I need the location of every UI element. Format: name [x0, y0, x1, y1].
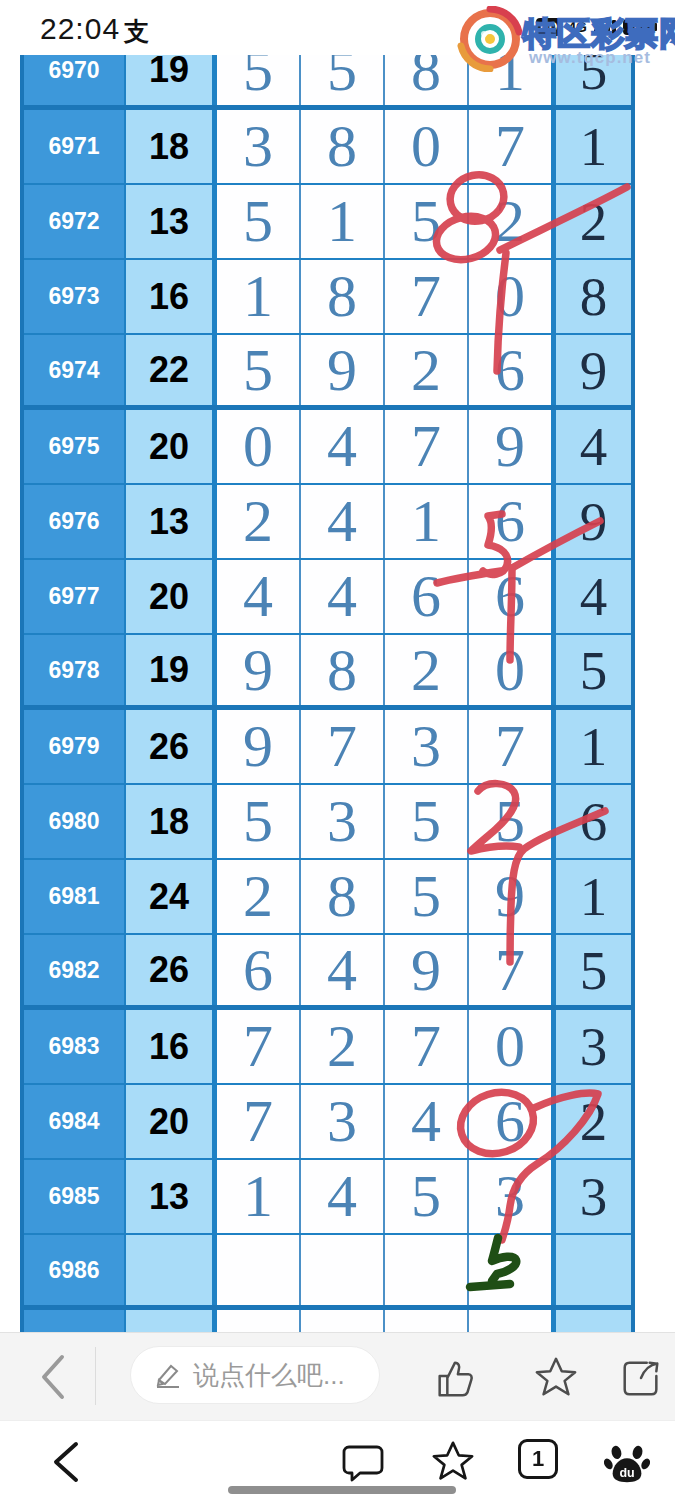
- trend-table: 6970195581569711838071697213515226973161…: [24, 55, 631, 1332]
- status-icons: HD 4G 70: [536, 18, 653, 36]
- cell-d: [469, 1235, 556, 1305]
- cell-last: 1: [556, 710, 631, 783]
- cell-last: 3: [556, 1160, 631, 1233]
- hd-icon: HD: [536, 18, 561, 36]
- cell-last: 5: [556, 635, 631, 705]
- cell-d: 5: [385, 785, 469, 858]
- cell-issue: 6982: [24, 935, 126, 1005]
- cell-d: 1: [217, 1160, 301, 1233]
- cell-d: [385, 1310, 469, 1332]
- cell-last: 9: [556, 335, 631, 405]
- cell-d: 1: [385, 485, 469, 558]
- cell-d: 6: [469, 560, 556, 633]
- cell-issue: 6975: [24, 410, 126, 483]
- cell-d: 6: [217, 935, 301, 1005]
- table-row: 69812428591: [24, 860, 631, 935]
- cell-last: 8: [556, 260, 631, 333]
- cell-sum: 13: [126, 185, 217, 258]
- cell-issue: 6981: [24, 860, 126, 933]
- cell-sum: 13: [126, 1160, 217, 1233]
- cell-d: 8: [385, 55, 469, 105]
- table-row: 69701955815: [24, 55, 631, 110]
- cell-d: 5: [385, 860, 469, 933]
- cell-d: 8: [301, 260, 385, 333]
- cell-d: 2: [217, 860, 301, 933]
- cell-d: 7: [385, 1010, 469, 1083]
- cell-d: 4: [301, 410, 385, 483]
- status-bar: 22:04 支 HD 4G 70: [0, 0, 675, 54]
- cell-issue: [24, 1310, 126, 1332]
- cell-last: [556, 1310, 631, 1332]
- cell-issue: 6973: [24, 260, 126, 333]
- cell-issue: 6983: [24, 1010, 126, 1083]
- cell-last: [556, 1235, 631, 1305]
- cell-d: 5: [217, 335, 301, 405]
- cell-sum: 18: [126, 110, 217, 183]
- home-indicator[interactable]: [228, 1486, 456, 1494]
- cell-issue: 6986: [24, 1235, 126, 1305]
- alipay-icon: 支: [124, 15, 149, 48]
- cell-d: 4: [217, 560, 301, 633]
- table-row: 6986: [24, 1235, 631, 1310]
- cell-sum: 26: [126, 935, 217, 1005]
- cell-last: 1: [556, 860, 631, 933]
- table-row: 69752004794: [24, 410, 631, 485]
- cell-d: 8: [301, 110, 385, 183]
- app-screen: 22:04 支 HD 4G 70 特区彩票网 www.tqcp.net 6970…: [0, 0, 675, 1500]
- cell-d: 6: [385, 560, 469, 633]
- cell-d: 9: [385, 935, 469, 1005]
- cell-d: 1: [469, 55, 556, 105]
- cell-d: 0: [469, 635, 556, 705]
- cell-d: 9: [301, 335, 385, 405]
- table-row: [24, 1310, 631, 1332]
- cell-last: 2: [556, 185, 631, 258]
- table-row: 69851314533: [24, 1160, 631, 1235]
- clock: 22:04: [40, 12, 120, 46]
- cell-issue: 6984: [24, 1085, 126, 1158]
- table-row: 69721351522: [24, 185, 631, 260]
- cell-issue: 6979: [24, 710, 126, 783]
- cell-d: [217, 1310, 301, 1332]
- cell-last: 1: [556, 110, 631, 183]
- cell-sum: 19: [126, 635, 217, 705]
- cell-d: 7: [301, 710, 385, 783]
- cell-d: 2: [469, 185, 556, 258]
- cell-issue: 6977: [24, 560, 126, 633]
- cell-sum: 24: [126, 860, 217, 933]
- cell-sum: 20: [126, 410, 217, 483]
- cell-sum: 22: [126, 335, 217, 405]
- cell-d: [469, 1310, 556, 1332]
- cell-d: 8: [301, 860, 385, 933]
- cell-d: 9: [217, 710, 301, 783]
- cell-d: 3: [217, 110, 301, 183]
- cell-d: 5: [385, 185, 469, 258]
- cell-issue: 6978: [24, 635, 126, 705]
- table-row: 69742259269: [24, 335, 631, 410]
- comments-icon[interactable]: [340, 1439, 386, 1485]
- cell-d: 5: [385, 1160, 469, 1233]
- cell-d: 4: [301, 935, 385, 1005]
- cell-d: 4: [301, 560, 385, 633]
- cell-d: 5: [301, 55, 385, 105]
- cell-last: 4: [556, 560, 631, 633]
- network-type: 4G: [568, 19, 587, 35]
- tab-count: 1: [532, 1446, 544, 1472]
- cell-d: 2: [385, 635, 469, 705]
- comment-input[interactable]: 说点什么吧...: [130, 1346, 380, 1404]
- cell-d: 5: [469, 785, 556, 858]
- share-button[interactable]: [618, 1355, 664, 1401]
- cell-d: [301, 1235, 385, 1305]
- cell-sum: 26: [126, 710, 217, 783]
- cell-d: 2: [385, 335, 469, 405]
- cell-issue: 6970: [24, 55, 126, 105]
- baidu-icon[interactable]: du: [604, 1439, 650, 1485]
- cell-d: 4: [301, 1160, 385, 1233]
- comment-bar: 说点什么吧... 30 51: [0, 1332, 675, 1421]
- cell-d: [301, 1310, 385, 1332]
- divider: [95, 1347, 96, 1405]
- trend-table-viewport[interactable]: 6970195581569711838071697213515226973161…: [20, 55, 635, 1332]
- table-row: 69801853556: [24, 785, 631, 860]
- cell-last: 2: [556, 1085, 631, 1158]
- table-row: 69711838071: [24, 110, 631, 185]
- cell-d: 2: [301, 1010, 385, 1083]
- cell-d: 6: [469, 335, 556, 405]
- cell-d: 7: [469, 110, 556, 183]
- cell-last: 4: [556, 410, 631, 483]
- cell-last: 9: [556, 485, 631, 558]
- cell-d: 7: [469, 710, 556, 783]
- cell-d: 5: [217, 185, 301, 258]
- cell-issue: 6972: [24, 185, 126, 258]
- cell-d: 3: [301, 1085, 385, 1158]
- back-icon[interactable]: [36, 1351, 70, 1403]
- tabs-button[interactable]: 1: [518, 1439, 558, 1479]
- cell-issue: 6976: [24, 485, 126, 558]
- cell-sum: 13: [126, 485, 217, 558]
- cell-d: 1: [301, 185, 385, 258]
- favorite-button[interactable]: [533, 1355, 579, 1401]
- cell-d: 7: [385, 410, 469, 483]
- cell-issue: 6971: [24, 110, 126, 183]
- cell-sum: [126, 1235, 217, 1305]
- table-row: 69772044664: [24, 560, 631, 635]
- cell-last: 5: [556, 935, 631, 1005]
- baidu-du-label: du: [619, 1466, 634, 1480]
- cell-d: [217, 1235, 301, 1305]
- cell-d: 2: [217, 485, 301, 558]
- cell-d: 4: [385, 1085, 469, 1158]
- cell-d: 6: [469, 485, 556, 558]
- cell-issue: 6974: [24, 335, 126, 405]
- cell-sum: [126, 1310, 217, 1332]
- nav-favorite-icon[interactable]: [430, 1439, 476, 1485]
- nav-back-icon[interactable]: [44, 1439, 90, 1485]
- pencil-icon: [153, 1360, 183, 1390]
- cell-d: 9: [469, 410, 556, 483]
- cell-d: [385, 1235, 469, 1305]
- signal-icon: [594, 20, 616, 34]
- cell-d: 3: [385, 710, 469, 783]
- cell-d: 0: [469, 260, 556, 333]
- cell-sum: 20: [126, 1085, 217, 1158]
- cell-last: 6: [556, 785, 631, 858]
- table-row: 69842073462: [24, 1085, 631, 1160]
- cell-sum: 18: [126, 785, 217, 858]
- table-row: 69792697371: [24, 710, 631, 785]
- cell-sum: 16: [126, 260, 217, 333]
- cell-d: 5: [217, 785, 301, 858]
- cell-d: 3: [469, 1160, 556, 1233]
- cell-sum: 20: [126, 560, 217, 633]
- comment-placeholder: 说点什么吧...: [193, 1358, 345, 1393]
- cell-d: 1: [217, 260, 301, 333]
- cell-issue: 6980: [24, 785, 126, 858]
- cell-d: 0: [385, 110, 469, 183]
- table-row: 69761324169: [24, 485, 631, 560]
- cell-d: 7: [217, 1010, 301, 1083]
- cell-d: 6: [469, 1085, 556, 1158]
- cell-issue: 6985: [24, 1160, 126, 1233]
- table-row: 69781998205: [24, 635, 631, 710]
- cell-last: 3: [556, 1010, 631, 1083]
- cell-d: 3: [301, 785, 385, 858]
- cell-d: 9: [469, 860, 556, 933]
- cell-d: 7: [217, 1085, 301, 1158]
- cell-d: 9: [217, 635, 301, 705]
- like-button[interactable]: [432, 1355, 478, 1401]
- cell-d: 0: [217, 410, 301, 483]
- cell-last: 5: [556, 55, 631, 105]
- cell-sum: 19: [126, 55, 217, 105]
- table-row: 69822664975: [24, 935, 631, 1010]
- table-row: 69731618708: [24, 260, 631, 335]
- cell-d: 0: [469, 1010, 556, 1083]
- cell-d: 4: [301, 485, 385, 558]
- cell-d: 7: [385, 260, 469, 333]
- table-row: 69831672703: [24, 1010, 631, 1085]
- cell-d: 7: [469, 935, 556, 1005]
- cell-sum: 16: [126, 1010, 217, 1083]
- cell-d: 5: [217, 55, 301, 105]
- battery-icon: 70: [623, 19, 653, 35]
- cell-d: 8: [301, 635, 385, 705]
